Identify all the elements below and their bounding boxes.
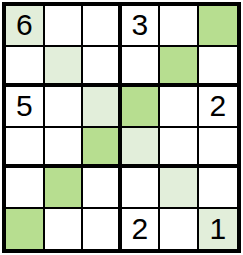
cell-r1c2[interactable]: [45, 6, 84, 47]
cell-r2c4[interactable]: [122, 47, 161, 88]
cell-r1c3[interactable]: [83, 6, 122, 47]
cell-r1c5[interactable]: [160, 6, 199, 47]
cell-r3c1[interactable]: 5: [6, 87, 45, 128]
cell-r5c5[interactable]: [160, 168, 199, 209]
cell-r1c4[interactable]: 3: [122, 6, 161, 47]
cell-r6c5[interactable]: [160, 209, 199, 250]
cell-r3c6[interactable]: 2: [199, 87, 238, 128]
cell-r2c3[interactable]: [83, 47, 122, 88]
cell-r6c6[interactable]: 1: [199, 209, 238, 250]
cell-r1c1[interactable]: 6: [6, 6, 45, 47]
cell-r2c6[interactable]: [199, 47, 238, 88]
cell-r3c3[interactable]: [83, 87, 122, 128]
cell-r3c5[interactable]: [160, 87, 199, 128]
cell-r4c3[interactable]: [83, 128, 122, 169]
cell-r6c1[interactable]: [6, 209, 45, 250]
cell-r6c4[interactable]: 2: [122, 209, 161, 250]
cell-r4c6[interactable]: [199, 128, 238, 169]
cell-r1c6[interactable]: [199, 6, 238, 47]
cell-r3c2[interactable]: [45, 87, 84, 128]
cell-r4c5[interactable]: [160, 128, 199, 169]
cell-r6c3[interactable]: [83, 209, 122, 250]
cell-r3c4[interactable]: [122, 87, 161, 128]
cell-r2c5[interactable]: [160, 47, 199, 88]
cell-r5c4[interactable]: [122, 168, 161, 209]
cell-r4c1[interactable]: [6, 128, 45, 169]
cell-r2c1[interactable]: [6, 47, 45, 88]
cell-r2c2[interactable]: [45, 47, 84, 88]
cell-r6c2[interactable]: [45, 209, 84, 250]
cell-r4c4[interactable]: [122, 128, 161, 169]
cell-r5c2[interactable]: [45, 168, 84, 209]
sudoku-board: 635221: [2, 2, 241, 253]
cell-r5c1[interactable]: [6, 168, 45, 209]
cell-r5c6[interactable]: [199, 168, 238, 209]
cell-r4c2[interactable]: [45, 128, 84, 169]
cell-r5c3[interactable]: [83, 168, 122, 209]
